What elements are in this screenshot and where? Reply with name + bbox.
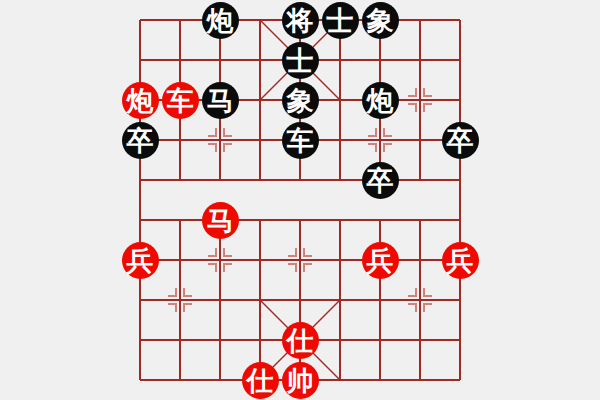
piece-black-general[interactable]: 将 — [282, 2, 319, 39]
piece-red-cannon[interactable]: 炮 — [122, 82, 159, 119]
xiangqi-app: 炮将士象士炮车马象炮卒车卒卒马兵兵兵仕仕帅 — [0, 0, 600, 400]
piece-red-chariot[interactable]: 车 — [162, 82, 199, 119]
piece-black-elephant[interactable]: 象 — [282, 82, 319, 119]
piece-black-advisor[interactable]: 士 — [322, 2, 359, 39]
piece-black-advisor[interactable]: 士 — [282, 42, 319, 79]
piece-red-general[interactable]: 帅 — [282, 362, 319, 399]
piece-black-horse[interactable]: 马 — [202, 82, 239, 119]
piece-black-elephant[interactable]: 象 — [362, 2, 399, 39]
piece-black-pawn[interactable]: 卒 — [122, 122, 159, 159]
piece-red-horse[interactable]: 马 — [202, 202, 239, 239]
piece-black-pawn[interactable]: 卒 — [362, 162, 399, 199]
piece-red-pawn[interactable]: 兵 — [122, 242, 159, 279]
piece-red-pawn[interactable]: 兵 — [362, 242, 399, 279]
piece-black-chariot[interactable]: 车 — [282, 122, 319, 159]
piece-red-advisor[interactable]: 仕 — [242, 362, 279, 399]
piece-black-pawn[interactable]: 卒 — [442, 122, 479, 159]
piece-black-cannon[interactable]: 炮 — [362, 82, 399, 119]
piece-red-advisor[interactable]: 仕 — [282, 322, 319, 359]
xiangqi-board[interactable]: 炮将士象士炮车马象炮卒车卒卒马兵兵兵仕仕帅 — [120, 0, 480, 400]
piece-red-pawn[interactable]: 兵 — [442, 242, 479, 279]
piece-black-cannon[interactable]: 炮 — [202, 2, 239, 39]
